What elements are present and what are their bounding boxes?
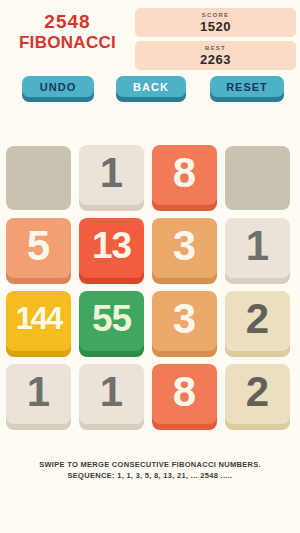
tile-surface: 1: [79, 364, 144, 424]
app-title-word: FIBONACCI: [0, 33, 135, 53]
tile-8: 8: [152, 364, 217, 430]
back-button[interactable]: BACK: [116, 76, 186, 97]
empty-cell-surface: [6, 146, 71, 210]
empty-cell: [6, 145, 71, 211]
best-panel: BEST 2263: [135, 41, 296, 70]
help-line-sequence: SEQUENCE: 1, 1, 3, 5, 8, 13, 21, ... 254…: [0, 471, 300, 482]
empty-cell: [225, 145, 290, 211]
tile-1: 1: [79, 145, 144, 211]
tile-5: 5: [6, 218, 71, 284]
tile-value: 1: [246, 222, 269, 270]
tile-55: 55: [79, 291, 144, 357]
tile-value: 1: [100, 368, 123, 416]
tile-surface: 144: [6, 291, 71, 351]
tile-value: 13: [92, 225, 131, 267]
tile-value: 55: [92, 298, 131, 340]
tile-surface: 1: [79, 145, 144, 205]
tile-144: 144: [6, 291, 71, 357]
tile-3: 3: [152, 218, 217, 284]
tile-value: 8: [173, 149, 196, 197]
empty-cell-surface: [225, 146, 290, 210]
tile-1: 1: [225, 218, 290, 284]
tile-surface: 3: [152, 291, 217, 351]
tile-1: 1: [79, 364, 144, 430]
tile-surface: 8: [152, 364, 217, 424]
tile-value: 1: [27, 368, 50, 416]
reset-button[interactable]: RESET: [210, 76, 284, 97]
game-board[interactable]: 185133114455321182: [6, 145, 290, 430]
tile-surface: 55: [79, 291, 144, 351]
tile-value: 2: [246, 295, 269, 343]
tile-value: 8: [173, 368, 196, 416]
app-title-number: 2548: [0, 11, 135, 33]
tile-surface: 1: [6, 364, 71, 424]
tile-value: 3: [173, 295, 196, 343]
tile-value: 3: [173, 222, 196, 270]
tile-surface: 2: [225, 291, 290, 351]
tile-value: 5: [27, 222, 50, 270]
tile-surface: 5: [6, 218, 71, 278]
best-value: 2263: [135, 52, 296, 67]
help-text: SWIPE TO MERGE CONSECUTIVE FIBONACCI NUM…: [0, 460, 300, 482]
tile-surface: 1: [225, 218, 290, 278]
score-label: SCORE: [135, 12, 296, 18]
tile-surface: 2: [225, 364, 290, 424]
tile-2: 2: [225, 291, 290, 357]
tile-surface: 3: [152, 218, 217, 278]
tile-value: 144: [16, 301, 62, 337]
app-title: 2548 FIBONACCI: [0, 11, 135, 53]
tile-2: 2: [225, 364, 290, 430]
tile-surface: 13: [79, 218, 144, 278]
tile-3: 3: [152, 291, 217, 357]
score-value: 1520: [135, 19, 296, 34]
undo-button[interactable]: UNDO: [22, 76, 94, 97]
tile-1: 1: [6, 364, 71, 430]
best-label: BEST: [135, 45, 296, 51]
tile-value: 1: [100, 149, 123, 197]
help-line-swipe: SWIPE TO MERGE CONSECUTIVE FIBONACCI NUM…: [0, 460, 300, 471]
score-panel: SCORE 1520: [135, 8, 296, 37]
tile-13: 13: [79, 218, 144, 284]
tile-surface: 8: [152, 145, 217, 205]
tile-value: 2: [246, 368, 269, 416]
tile-8: 8: [152, 145, 217, 211]
